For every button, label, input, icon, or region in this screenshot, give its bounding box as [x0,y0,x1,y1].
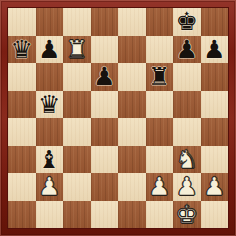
piece-white-pawn-h2[interactable]: ♟ [203,173,225,200]
piece-white-pawn-g2[interactable]: ♟ [176,173,198,200]
square-a4[interactable] [8,118,36,146]
square-a7[interactable]: ♛ [8,36,36,64]
square-f3[interactable] [146,146,174,174]
square-d3[interactable] [91,146,119,174]
square-b2[interactable]: ♟ [36,173,64,201]
square-e6[interactable] [118,63,146,91]
square-g5[interactable] [173,91,201,119]
square-g4[interactable] [173,118,201,146]
square-c7[interactable]: ♜ [63,36,91,64]
square-d8[interactable] [91,8,119,36]
square-h6[interactable] [201,63,229,91]
square-a3[interactable] [8,146,36,174]
square-e2[interactable] [118,173,146,201]
piece-black-pawn-h7[interactable]: ♟ [203,36,225,63]
square-c5[interactable] [63,91,91,119]
piece-white-pawn-b2[interactable]: ♟ [38,173,60,200]
square-h3[interactable] [201,146,229,174]
square-g8[interactable]: ♚ [173,8,201,36]
square-d2[interactable] [91,173,119,201]
square-d5[interactable] [91,91,119,119]
piece-black-bishop-b3[interactable]: ♝ [38,146,60,173]
square-g7[interactable]: ♟ [173,36,201,64]
square-e5[interactable] [118,91,146,119]
square-a8[interactable] [8,8,36,36]
piece-white-knight-g3[interactable]: ♞ [176,146,198,173]
square-f4[interactable] [146,118,174,146]
square-c3[interactable] [63,146,91,174]
square-f5[interactable] [146,91,174,119]
square-f1[interactable] [146,201,174,229]
square-h5[interactable] [201,91,229,119]
square-b8[interactable] [36,8,64,36]
piece-black-pawn-b7[interactable]: ♟ [38,36,60,63]
piece-white-pawn-f2[interactable]: ♟ [148,173,170,200]
square-f6[interactable]: ♜ [146,63,174,91]
square-c6[interactable] [63,63,91,91]
square-d1[interactable] [91,201,119,229]
square-d6[interactable]: ♟ [91,63,119,91]
square-g3[interactable]: ♞ [173,146,201,174]
square-g2[interactable]: ♟ [173,173,201,201]
square-e4[interactable] [118,118,146,146]
piece-black-king-g8[interactable]: ♚ [176,8,198,35]
square-b3[interactable]: ♝ [36,146,64,174]
square-d4[interactable] [91,118,119,146]
square-c8[interactable] [63,8,91,36]
square-a5[interactable] [8,91,36,119]
square-c1[interactable] [63,201,91,229]
piece-black-queen-b5[interactable]: ♛ [38,91,60,118]
square-a6[interactable] [8,63,36,91]
square-h4[interactable] [201,118,229,146]
piece-black-pawn-g7[interactable]: ♟ [176,36,198,63]
square-a1[interactable] [8,201,36,229]
square-h8[interactable] [201,8,229,36]
chess-board: ♚♛♟♜♟♟♟♜♛♝♞♟♟♟♟♚ [8,8,228,228]
square-c4[interactable] [63,118,91,146]
square-f7[interactable] [146,36,174,64]
piece-black-rook-f6[interactable]: ♜ [148,63,170,90]
piece-white-rook-c7[interactable]: ♜ [66,36,88,63]
square-b4[interactable] [36,118,64,146]
square-f2[interactable]: ♟ [146,173,174,201]
chess-board-frame: ♚♛♟♜♟♟♟♜♛♝♞♟♟♟♟♚ [0,0,236,236]
piece-black-queen-a7[interactable]: ♛ [11,36,33,63]
square-d7[interactable] [91,36,119,64]
square-h1[interactable] [201,201,229,229]
square-e8[interactable] [118,8,146,36]
square-b5[interactable]: ♛ [36,91,64,119]
square-e3[interactable] [118,146,146,174]
piece-black-pawn-d6[interactable]: ♟ [93,63,115,90]
square-g1[interactable]: ♚ [173,201,201,229]
square-a2[interactable] [8,173,36,201]
square-b6[interactable] [36,63,64,91]
square-f8[interactable] [146,8,174,36]
square-b7[interactable]: ♟ [36,36,64,64]
square-b1[interactable] [36,201,64,229]
piece-white-king-g1[interactable]: ♚ [176,201,198,228]
square-h7[interactable]: ♟ [201,36,229,64]
square-e1[interactable] [118,201,146,229]
square-e7[interactable] [118,36,146,64]
square-h2[interactable]: ♟ [201,173,229,201]
square-c2[interactable] [63,173,91,201]
square-g6[interactable] [173,63,201,91]
